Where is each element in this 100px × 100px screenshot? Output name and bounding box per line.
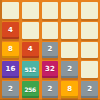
game-board-2048[interactable]: 4842165123222256282 <box>0 0 100 100</box>
tile-256-r5c2: 256 <box>22 81 39 98</box>
empty-cell-r4c5 <box>81 61 98 78</box>
empty-cell-r1c5 <box>81 2 98 19</box>
tile-2-r5c5: 2 <box>81 81 98 98</box>
empty-cell-r1c4 <box>61 2 78 19</box>
empty-cell-r3c4 <box>61 42 78 59</box>
empty-cell-r2c3 <box>42 22 59 39</box>
tile-8-r3c1: 8 <box>2 42 19 59</box>
tile-512-r4c2: 512 <box>22 61 39 78</box>
tile-4-r3c2: 4 <box>22 42 39 59</box>
tile-4-r2c1: 4 <box>2 22 19 39</box>
tile-16-r4c1: 16 <box>2 61 19 78</box>
empty-cell-r1c1 <box>2 2 19 19</box>
empty-cell-r1c2 <box>22 2 39 19</box>
tile-2-r5c1: 2 <box>2 81 19 98</box>
tile-2-r3c3: 2 <box>42 42 59 59</box>
empty-cell-r3c5 <box>81 42 98 59</box>
tile-2-r5c3: 2 <box>42 81 59 98</box>
empty-cell-r2c5 <box>81 22 98 39</box>
tile-32-r4c3: 32 <box>42 61 59 78</box>
empty-cell-r2c2 <box>22 22 39 39</box>
tile-8-r5c4: 8 <box>61 81 78 98</box>
empty-cell-r2c4 <box>61 22 78 39</box>
empty-cell-r1c3 <box>42 2 59 19</box>
tile-2-r4c4: 2 <box>61 61 78 78</box>
